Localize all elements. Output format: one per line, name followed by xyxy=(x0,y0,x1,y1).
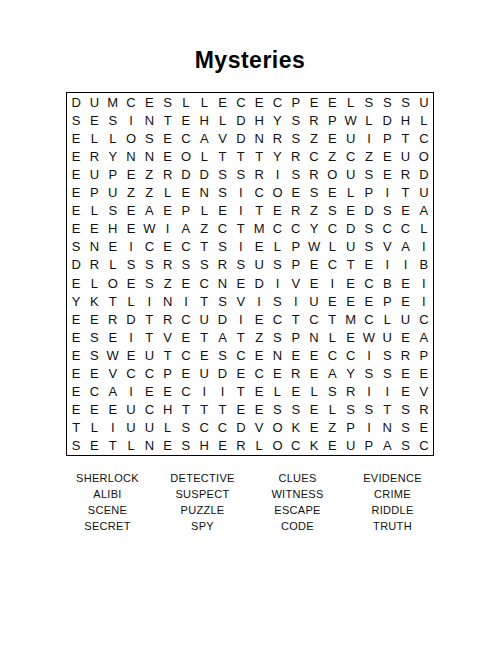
grid-cell: S xyxy=(378,346,396,364)
grid-cell: U xyxy=(396,310,414,328)
grid-cell: T xyxy=(323,310,341,328)
grid-cell: D xyxy=(67,93,85,111)
grid-cell: E xyxy=(122,346,140,364)
grid-cell: N xyxy=(305,328,323,346)
grid-cell: E xyxy=(85,437,103,455)
word-list-item: SECRET xyxy=(60,518,155,534)
grid-cell: L xyxy=(158,184,176,202)
grid-cell: O xyxy=(177,147,195,165)
grid-cell: T xyxy=(396,129,414,147)
grid-cell: S xyxy=(396,93,414,111)
grid-cell: I xyxy=(415,238,433,256)
grid-cell: S xyxy=(396,437,414,455)
grid-cell: E xyxy=(305,346,323,364)
grid-cell: I xyxy=(323,274,341,292)
grid-cell: S xyxy=(213,292,231,310)
word-list: SHERLOCKDETECTIVECLUESEVIDENCEALIBISUSPE… xyxy=(60,470,440,534)
grid-cell: E xyxy=(378,165,396,183)
grid-cell: Z xyxy=(158,274,176,292)
grid-cell: S xyxy=(268,401,286,419)
word-list-item: EVIDENCE xyxy=(345,470,440,486)
grid-cell: S xyxy=(268,328,286,346)
grid-cell: T xyxy=(232,147,250,165)
grid-cell: L xyxy=(415,220,433,238)
grid-cell: T xyxy=(195,401,213,419)
grid-cell: U xyxy=(341,129,359,147)
grid-cell: P xyxy=(360,184,378,202)
grid-cell: E xyxy=(85,310,103,328)
grid-cell: A xyxy=(195,129,213,147)
grid-cell: R xyxy=(396,346,414,364)
grid-cell: I xyxy=(268,165,286,183)
grid-cell: E xyxy=(213,437,231,455)
grid-cell: C xyxy=(177,346,195,364)
word-list-item: CODE xyxy=(250,518,345,534)
grid-cell: S xyxy=(360,365,378,383)
grid-cell: E xyxy=(341,274,359,292)
grid-cell: V xyxy=(287,274,305,292)
grid-cell: N xyxy=(250,129,268,147)
grid-cell: L xyxy=(195,147,213,165)
grid-cell: N xyxy=(140,437,158,455)
word-list-item: SUSPECT xyxy=(155,486,250,502)
grid-cell: U xyxy=(305,292,323,310)
grid-cell: I xyxy=(360,129,378,147)
grid-cell: E xyxy=(158,129,176,147)
grid-cell: T xyxy=(213,147,231,165)
grid-cell: S xyxy=(323,202,341,220)
grid-cell: E xyxy=(341,292,359,310)
grid-cell: S xyxy=(67,238,85,256)
grid-cell: D xyxy=(415,165,433,183)
grid-cell: N xyxy=(158,292,176,310)
grid-cell: P xyxy=(85,184,103,202)
grid-cell: C xyxy=(305,310,323,328)
grid-cell: A xyxy=(323,365,341,383)
grid-cell: E xyxy=(158,147,176,165)
grid-cell: C xyxy=(232,346,250,364)
grid-cell: C xyxy=(360,274,378,292)
grid-cell: S xyxy=(268,292,286,310)
grid-cell: E xyxy=(323,292,341,310)
grid-cell: H xyxy=(250,111,268,129)
grid-cell: Y xyxy=(268,147,286,165)
grid-cell: U xyxy=(250,256,268,274)
grid-cell: Z xyxy=(195,220,213,238)
grid-cell: Y xyxy=(341,365,359,383)
grid-cell: S xyxy=(177,419,195,437)
word-list-item: PUZZLE xyxy=(155,502,250,518)
grid-cell: E xyxy=(250,401,268,419)
grid-cell: I xyxy=(378,256,396,274)
grid-cell: R xyxy=(232,437,250,455)
grid-cell: L xyxy=(250,437,268,455)
grid-cell: E xyxy=(323,184,341,202)
grid-cell: L xyxy=(415,111,433,129)
grid-cell: S xyxy=(67,111,85,129)
grid-cell: Z xyxy=(140,184,158,202)
grid-cell: W xyxy=(140,220,158,238)
grid-cell: W xyxy=(360,328,378,346)
grid-cell: N xyxy=(140,111,158,129)
grid-cell: C xyxy=(177,238,195,256)
grid-cell: L xyxy=(341,93,359,111)
grid-cell: S xyxy=(213,184,231,202)
grid-cell: R xyxy=(250,165,268,183)
grid-cell: S xyxy=(177,437,195,455)
grid-cell: E xyxy=(323,129,341,147)
grid-cell: L xyxy=(323,238,341,256)
grid-cell: C xyxy=(415,310,433,328)
grid-cell: Z xyxy=(360,147,378,165)
grid-cell: L xyxy=(104,129,122,147)
word-search-page: Mysteries DUMCESLLECECPEELSSSUSESINTEHLD… xyxy=(0,0,500,647)
grid-cell: E xyxy=(177,328,195,346)
grid-cell: T xyxy=(232,220,250,238)
grid-cell: O xyxy=(323,165,341,183)
grid-cell: Z xyxy=(305,202,323,220)
grid-cell: C xyxy=(323,220,341,238)
grid-cell: E xyxy=(67,383,85,401)
grid-cell: E xyxy=(177,365,195,383)
grid-cell: S xyxy=(396,401,414,419)
grid-cell: T xyxy=(232,328,250,346)
grid-cell: S xyxy=(232,256,250,274)
grid-cell: S xyxy=(360,220,378,238)
grid-cell: E xyxy=(122,165,140,183)
grid-cell: I xyxy=(195,383,213,401)
grid-cell: K xyxy=(287,419,305,437)
word-list-item: SHERLOCK xyxy=(60,470,155,486)
grid-cell: E xyxy=(396,292,414,310)
grid-cell: H xyxy=(104,220,122,238)
grid-cell: E xyxy=(67,401,85,419)
grid-cell: C xyxy=(177,383,195,401)
word-list-item: DETECTIVE xyxy=(155,470,250,486)
grid-cell: Y xyxy=(67,292,85,310)
grid-cell: E xyxy=(140,93,158,111)
grid-cell: E xyxy=(250,383,268,401)
grid-cell: T xyxy=(67,419,85,437)
grid-cell: A xyxy=(396,238,414,256)
grid-cell: T xyxy=(287,310,305,328)
grid-cell: S xyxy=(213,165,231,183)
grid-cell: E xyxy=(67,147,85,165)
grid-cell: V xyxy=(250,419,268,437)
grid-cell: L xyxy=(195,202,213,220)
grid-cell: A xyxy=(140,202,158,220)
grid-cell: K xyxy=(85,292,103,310)
grid-cell: S xyxy=(104,202,122,220)
grid-cell: I xyxy=(122,328,140,346)
grid-cell: I xyxy=(122,238,140,256)
grid-cell: I xyxy=(232,238,250,256)
grid-cell: D xyxy=(250,274,268,292)
grid-cell: S xyxy=(232,165,250,183)
grid-cell: T xyxy=(158,346,176,364)
grid-cell: E xyxy=(67,346,85,364)
grid-cell: E xyxy=(396,365,414,383)
grid-cell: C xyxy=(287,437,305,455)
grid-cell: C xyxy=(213,419,231,437)
grid-cell: L xyxy=(122,292,140,310)
grid-cell: E xyxy=(250,346,268,364)
grid-cell: E xyxy=(305,365,323,383)
grid-cell: N xyxy=(140,147,158,165)
grid-cell: I xyxy=(396,256,414,274)
grid-cell: E xyxy=(396,202,414,220)
grid-cell: E xyxy=(305,401,323,419)
grid-cell: T xyxy=(104,292,122,310)
grid-cell: C xyxy=(177,129,195,147)
grid-cell: E xyxy=(104,238,122,256)
grid-cell: C xyxy=(268,93,286,111)
grid-cell: R xyxy=(305,165,323,183)
grid-cell: P xyxy=(287,328,305,346)
grid-cell: L xyxy=(323,328,341,346)
grid-cell: N xyxy=(195,184,213,202)
grid-cell: E xyxy=(396,274,414,292)
grid-cell: Z xyxy=(323,147,341,165)
grid-cell: H xyxy=(158,401,176,419)
grid-cell: S xyxy=(268,256,286,274)
grid-cell: I xyxy=(104,419,122,437)
grid-cell: S xyxy=(305,184,323,202)
grid-cell: Y xyxy=(268,111,286,129)
grid-cell: U xyxy=(341,437,359,455)
grid-cell: T xyxy=(195,292,213,310)
grid-cell: C xyxy=(232,93,250,111)
grid-cell: M xyxy=(341,310,359,328)
grid-cell: E xyxy=(415,365,433,383)
grid-cell: T xyxy=(104,437,122,455)
grid-cell: L xyxy=(104,256,122,274)
grid-cell: L xyxy=(268,238,286,256)
grid-cell: E xyxy=(378,147,396,165)
grid-cell: R xyxy=(287,202,305,220)
grid-cell: S xyxy=(287,111,305,129)
grid-cell: E xyxy=(250,310,268,328)
grid-cell: U xyxy=(122,401,140,419)
grid-cell: U xyxy=(378,328,396,346)
grid-cell: I xyxy=(250,292,268,310)
grid-cell: P xyxy=(158,365,176,383)
grid-cell: T xyxy=(213,401,231,419)
grid-cell: R xyxy=(85,147,103,165)
grid-cell: C xyxy=(250,184,268,202)
grid-cell: T xyxy=(250,202,268,220)
grid-cell: I xyxy=(268,274,286,292)
grid-cell: I xyxy=(232,184,250,202)
grid-cell: C xyxy=(323,256,341,274)
grid-cell: L xyxy=(360,111,378,129)
grid-cell: D xyxy=(232,111,250,129)
grid-cell: D xyxy=(341,220,359,238)
grid-cell: S xyxy=(140,256,158,274)
grid-cell: M xyxy=(250,220,268,238)
grid-cell: A xyxy=(213,328,231,346)
grid-cell: E xyxy=(67,202,85,220)
grid-cell: C xyxy=(213,220,231,238)
grid-cell: V xyxy=(158,328,176,346)
grid-cell: E xyxy=(396,328,414,346)
grid-cell: U xyxy=(122,419,140,437)
grid-cell: U xyxy=(195,365,213,383)
grid-cell: C xyxy=(268,310,286,328)
grid-cell: T xyxy=(195,328,213,346)
grid-cell: C xyxy=(415,437,433,455)
grid-cell: D xyxy=(232,129,250,147)
grid-cell: Y xyxy=(104,147,122,165)
grid-cell: E xyxy=(360,256,378,274)
grid-cell: C xyxy=(268,220,286,238)
grid-cell: U xyxy=(85,93,103,111)
grid-cell: L xyxy=(341,184,359,202)
grid-cell: S xyxy=(287,401,305,419)
word-list-item: SCENE xyxy=(60,502,155,518)
grid-cell: S xyxy=(287,129,305,147)
grid-cell: U xyxy=(85,165,103,183)
grid-cell: A xyxy=(415,328,433,346)
grid-cell: N xyxy=(122,147,140,165)
grid-cell: T xyxy=(341,256,359,274)
grid-cell: C xyxy=(140,401,158,419)
grid-cell: W xyxy=(341,111,359,129)
grid-cell: S xyxy=(360,401,378,419)
grid-cell: A xyxy=(104,383,122,401)
grid-cell: U xyxy=(104,184,122,202)
grid-cell: S xyxy=(158,93,176,111)
grid-cell: S xyxy=(378,202,396,220)
grid-cell: L xyxy=(213,111,231,129)
grid-cell: I xyxy=(232,202,250,220)
grid-cell: C xyxy=(122,93,140,111)
grid-cell: D xyxy=(67,256,85,274)
grid-cell: E xyxy=(305,93,323,111)
grid-cell: E xyxy=(177,184,195,202)
grid-cell: E xyxy=(323,437,341,455)
grid-cell: E xyxy=(67,129,85,147)
grid-cell: S xyxy=(378,365,396,383)
grid-cell: R xyxy=(158,256,176,274)
grid-cell: V xyxy=(104,365,122,383)
grid-cell: I xyxy=(378,184,396,202)
grid-cell: A xyxy=(177,220,195,238)
grid-cell: S xyxy=(122,256,140,274)
grid-cell: U xyxy=(396,147,414,165)
grid-cell: I xyxy=(232,310,250,328)
grid-cell: P xyxy=(287,93,305,111)
grid-cell: S xyxy=(195,256,213,274)
grid-cell: R xyxy=(415,401,433,419)
grid-cell: L xyxy=(268,383,286,401)
grid-cell: E xyxy=(232,365,250,383)
grid-cell: A xyxy=(415,202,433,220)
grid-cell: E xyxy=(268,365,286,383)
grid-cell: E xyxy=(232,274,250,292)
grid-cell: S xyxy=(287,165,305,183)
grid-cell: R xyxy=(158,310,176,328)
grid-cell: B xyxy=(415,256,433,274)
grid-cell: W xyxy=(305,238,323,256)
grid-cell: A xyxy=(378,437,396,455)
grid-cell: I xyxy=(360,419,378,437)
grid-cell: E xyxy=(85,111,103,129)
grid-cell: E xyxy=(140,383,158,401)
grid-cell: P xyxy=(177,202,195,220)
grid-cell: L xyxy=(378,310,396,328)
grid-cell: S xyxy=(360,165,378,183)
grid-cell: C xyxy=(396,220,414,238)
grid-cell: E xyxy=(396,383,414,401)
grid-cell: T xyxy=(232,383,250,401)
grid-cell: K xyxy=(305,437,323,455)
grid-cell: E xyxy=(268,202,286,220)
grid-cell: E xyxy=(85,365,103,383)
grid-cell: E xyxy=(158,238,176,256)
word-list-item: CLUES xyxy=(250,470,345,486)
grid-cell: N xyxy=(378,419,396,437)
grid-cell: O xyxy=(268,419,286,437)
grid-cell: E xyxy=(67,365,85,383)
grid-cell: E xyxy=(122,220,140,238)
grid-cell: T xyxy=(195,238,213,256)
grid-cell: P xyxy=(360,437,378,455)
grid-cell: N xyxy=(85,238,103,256)
word-list-item: TRUTH xyxy=(345,518,440,534)
grid-cell: E xyxy=(213,202,231,220)
grid-cell: Z xyxy=(250,328,268,346)
grid-cell: E xyxy=(67,310,85,328)
grid-cell: L xyxy=(85,202,103,220)
grid-cell: H xyxy=(195,437,213,455)
grid-cell: I xyxy=(287,292,305,310)
grid-cell: I xyxy=(360,383,378,401)
grid-cell: D xyxy=(213,310,231,328)
grid-cell: I xyxy=(158,220,176,238)
grid-cell: S xyxy=(378,93,396,111)
grid-cell: E xyxy=(287,346,305,364)
grid-cell: E xyxy=(195,346,213,364)
grid-cell: P xyxy=(378,292,396,310)
grid-cell: P xyxy=(287,238,305,256)
grid-cell: D xyxy=(232,419,250,437)
grid-cell: C xyxy=(122,365,140,383)
word-list-item: ESCAPE xyxy=(250,502,345,518)
grid-cell: R xyxy=(287,147,305,165)
grid-cell: U xyxy=(140,346,158,364)
grid-cell: U xyxy=(415,93,433,111)
grid-cell: U xyxy=(415,184,433,202)
word-list-item: CRIME xyxy=(345,486,440,502)
grid-cell: M xyxy=(104,93,122,111)
grid-cell: L xyxy=(323,401,341,419)
grid-cell: I xyxy=(378,383,396,401)
grid-cell: T xyxy=(140,310,158,328)
grid-cell: U xyxy=(341,238,359,256)
grid-cell: S xyxy=(140,129,158,147)
grid-cell: R xyxy=(85,256,103,274)
grid-cell: E xyxy=(323,93,341,111)
grid-cell: E xyxy=(250,238,268,256)
grid-cell: E xyxy=(67,165,85,183)
grid-cell: O xyxy=(268,437,286,455)
grid-cell: E xyxy=(158,383,176,401)
grid-cell: S xyxy=(323,383,341,401)
grid-cell: E xyxy=(250,93,268,111)
grid-cell: L xyxy=(177,93,195,111)
grid-cell: P xyxy=(341,419,359,437)
